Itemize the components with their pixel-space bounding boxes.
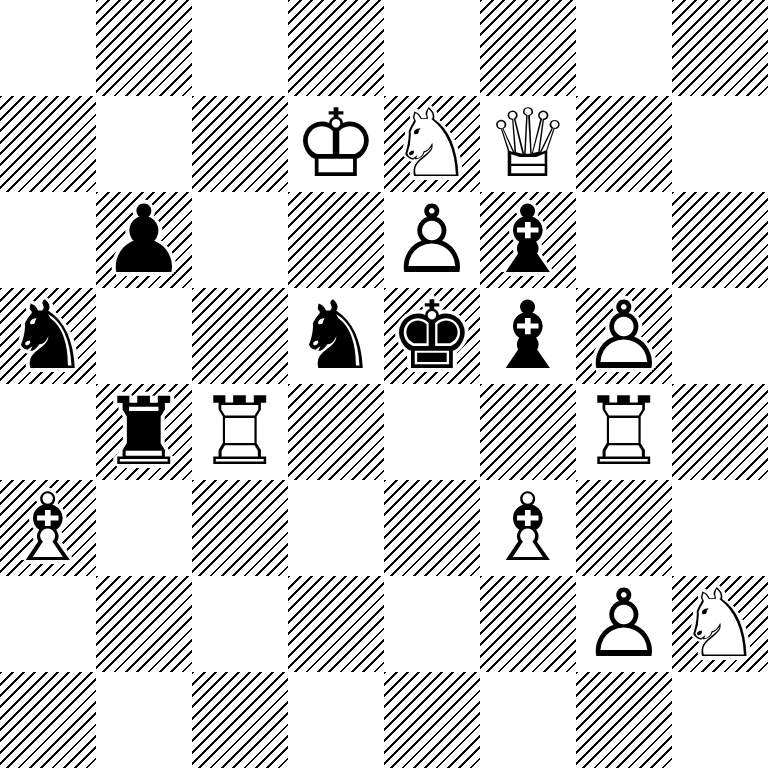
piece-white-knight[interactable]: ♞♘ [672,576,768,672]
square-b2[interactable] [96,576,192,672]
square-e2[interactable] [384,576,480,672]
square-b3[interactable] [96,480,192,576]
square-b6[interactable]: ♟♟ [96,192,192,288]
black-bishop-icon: ♝ [480,192,576,288]
square-f1[interactable] [480,672,576,768]
square-e1[interactable] [384,672,480,768]
white-pawn-icon: ♙ [384,192,480,288]
square-f7[interactable]: ♛♕ [480,96,576,192]
square-e4[interactable] [384,384,480,480]
square-c1[interactable] [192,672,288,768]
chess-board: ♚♔♞♘♛♕♟♟♟♙♝♝♞♞♞♞♚♚♝♝♟♙♜♜♜♖♜♖♝♗♝♗♟♙♞♘ [0,0,768,768]
square-f5[interactable]: ♝♝ [480,288,576,384]
white-king-icon: ♔ [288,96,384,192]
square-d1[interactable] [288,672,384,768]
piece-white-bishop[interactable]: ♝♗ [480,480,576,576]
piece-white-queen[interactable]: ♛♕ [480,96,576,192]
black-pawn-icon: ♟ [96,192,192,288]
square-a6[interactable] [0,192,96,288]
square-d2[interactable] [288,576,384,672]
black-knight-icon: ♞ [0,288,96,384]
square-d3[interactable] [288,480,384,576]
white-bishop-icon: ♗ [0,480,96,576]
square-e6[interactable]: ♟♙ [384,192,480,288]
white-pawn-icon: ♙ [576,288,672,384]
square-a5[interactable]: ♞♞ [0,288,96,384]
square-b4[interactable]: ♜♜ [96,384,192,480]
square-a7[interactable] [0,96,96,192]
square-c8[interactable] [192,0,288,96]
white-rook-icon: ♖ [192,384,288,480]
square-d7[interactable]: ♚♔ [288,96,384,192]
piece-black-king[interactable]: ♚♚ [384,288,480,384]
square-d8[interactable] [288,0,384,96]
white-queen-icon: ♕ [480,96,576,192]
piece-white-pawn[interactable]: ♟♙ [384,192,480,288]
black-bishop-icon: ♝ [480,288,576,384]
square-d4[interactable] [288,384,384,480]
square-d5[interactable]: ♞♞ [288,288,384,384]
piece-white-rook[interactable]: ♜♖ [576,384,672,480]
square-c3[interactable] [192,480,288,576]
piece-white-pawn[interactable]: ♟♙ [576,576,672,672]
square-a8[interactable] [0,0,96,96]
square-c6[interactable] [192,192,288,288]
square-f6[interactable]: ♝♝ [480,192,576,288]
square-c2[interactable] [192,576,288,672]
square-g2[interactable]: ♟♙ [576,576,672,672]
square-b5[interactable] [96,288,192,384]
square-b8[interactable] [96,0,192,96]
black-king-icon: ♚ [384,288,480,384]
square-b7[interactable] [96,96,192,192]
square-g3[interactable] [576,480,672,576]
square-g7[interactable] [576,96,672,192]
white-knight-icon: ♘ [672,576,768,672]
black-rook-icon: ♜ [96,384,192,480]
square-e3[interactable] [384,480,480,576]
square-f3[interactable]: ♝♗ [480,480,576,576]
black-knight-icon: ♞ [288,288,384,384]
white-pawn-icon: ♙ [576,576,672,672]
square-f8[interactable] [480,0,576,96]
piece-white-king[interactable]: ♚♔ [288,96,384,192]
square-c5[interactable] [192,288,288,384]
square-f4[interactable] [480,384,576,480]
square-a1[interactable] [0,672,96,768]
piece-black-knight[interactable]: ♞♞ [0,288,96,384]
square-d6[interactable] [288,192,384,288]
piece-white-knight[interactable]: ♞♘ [384,96,480,192]
square-a4[interactable] [0,384,96,480]
square-b1[interactable] [96,672,192,768]
white-knight-icon: ♘ [384,96,480,192]
piece-white-rook[interactable]: ♜♖ [192,384,288,480]
square-h2[interactable]: ♞♘ [672,576,768,672]
square-c7[interactable] [192,96,288,192]
square-g4[interactable]: ♜♖ [576,384,672,480]
piece-white-pawn[interactable]: ♟♙ [576,288,672,384]
square-e8[interactable] [384,0,480,96]
piece-black-pawn[interactable]: ♟♟ [96,192,192,288]
square-c4[interactable]: ♜♖ [192,384,288,480]
square-h6[interactable] [672,192,768,288]
piece-black-knight[interactable]: ♞♞ [288,288,384,384]
piece-black-rook[interactable]: ♜♜ [96,384,192,480]
square-h7[interactable] [672,96,768,192]
square-g1[interactable] [576,672,672,768]
square-g5[interactable]: ♟♙ [576,288,672,384]
piece-white-bishop[interactable]: ♝♗ [0,480,96,576]
square-a3[interactable]: ♝♗ [0,480,96,576]
square-h1[interactable] [672,672,768,768]
square-h4[interactable] [672,384,768,480]
white-bishop-icon: ♗ [480,480,576,576]
square-e5[interactable]: ♚♚ [384,288,480,384]
square-g8[interactable] [576,0,672,96]
square-e7[interactable]: ♞♘ [384,96,480,192]
piece-black-bishop[interactable]: ♝♝ [480,288,576,384]
square-f2[interactable] [480,576,576,672]
piece-black-bishop[interactable]: ♝♝ [480,192,576,288]
square-a2[interactable] [0,576,96,672]
square-h3[interactable] [672,480,768,576]
square-g6[interactable] [576,192,672,288]
white-rook-icon: ♖ [576,384,672,480]
square-h5[interactable] [672,288,768,384]
square-h8[interactable] [672,0,768,96]
